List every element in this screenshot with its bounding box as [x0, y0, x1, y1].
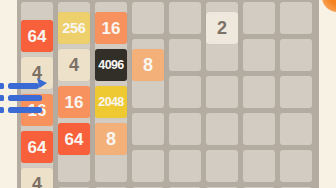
- tile-16: 16: [58, 86, 90, 118]
- board-cell: [243, 39, 275, 71]
- overlay-bar-icon: [8, 83, 39, 89]
- overlay-bar-icon: [8, 107, 42, 113]
- board-cell: [280, 113, 312, 145]
- board-cell: [169, 113, 201, 145]
- board-cell: [132, 113, 164, 145]
- board-cell: [280, 39, 312, 71]
- overlay-row: [0, 107, 50, 113]
- board-cell: [280, 76, 312, 108]
- board-cell: [132, 150, 164, 182]
- board-cell: [243, 187, 275, 188]
- overlay-bullet-icon: [0, 83, 4, 89]
- board-cell: [95, 187, 127, 188]
- board-cell: [243, 113, 275, 145]
- overlay-row: [0, 83, 50, 89]
- board-cell: [243, 150, 275, 182]
- app-screen: 64256162444096816162048646484: [0, 0, 336, 188]
- tile-256: 256: [58, 12, 90, 44]
- board-cell: [169, 39, 201, 71]
- board-cell: [206, 113, 238, 145]
- board-cell: [132, 187, 164, 188]
- tile-64: 64: [21, 20, 53, 52]
- board-cell: [243, 2, 275, 34]
- board-cell: [280, 187, 312, 188]
- tile-64: 64: [58, 123, 90, 155]
- tile-4: 4: [21, 168, 53, 188]
- tile-2: 2: [206, 12, 238, 44]
- tile-64: 64: [21, 131, 53, 163]
- game-board[interactable]: 64256162444096816162048646484: [17, 0, 319, 188]
- overlay-bullet-icon: [0, 107, 4, 113]
- board-cell: [169, 2, 201, 34]
- overlay-row: [0, 95, 50, 101]
- overlay-bullet-icon: [0, 95, 4, 101]
- floating-bubble-button[interactable]: [322, 0, 336, 12]
- tile-4: 4: [58, 49, 90, 81]
- tile-8: 8: [132, 49, 164, 81]
- board-cell: [280, 150, 312, 182]
- tile-2048: 2048: [95, 86, 127, 118]
- board-cell: [206, 187, 238, 188]
- board-cell: [169, 76, 201, 108]
- board-cell: [206, 150, 238, 182]
- board-cell: [280, 2, 312, 34]
- board-cell: [58, 187, 90, 188]
- board-cell: [169, 187, 201, 188]
- tile-8: 8: [95, 123, 127, 155]
- tile-16: 16: [95, 12, 127, 44]
- board-cell: [243, 76, 275, 108]
- board-cell: [132, 2, 164, 34]
- list-overlay-icon[interactable]: [0, 81, 50, 117]
- board-cell: [206, 76, 238, 108]
- overlay-bar-icon: [8, 95, 42, 101]
- board-cell: [169, 150, 201, 182]
- tile-4096: 4096: [95, 49, 127, 81]
